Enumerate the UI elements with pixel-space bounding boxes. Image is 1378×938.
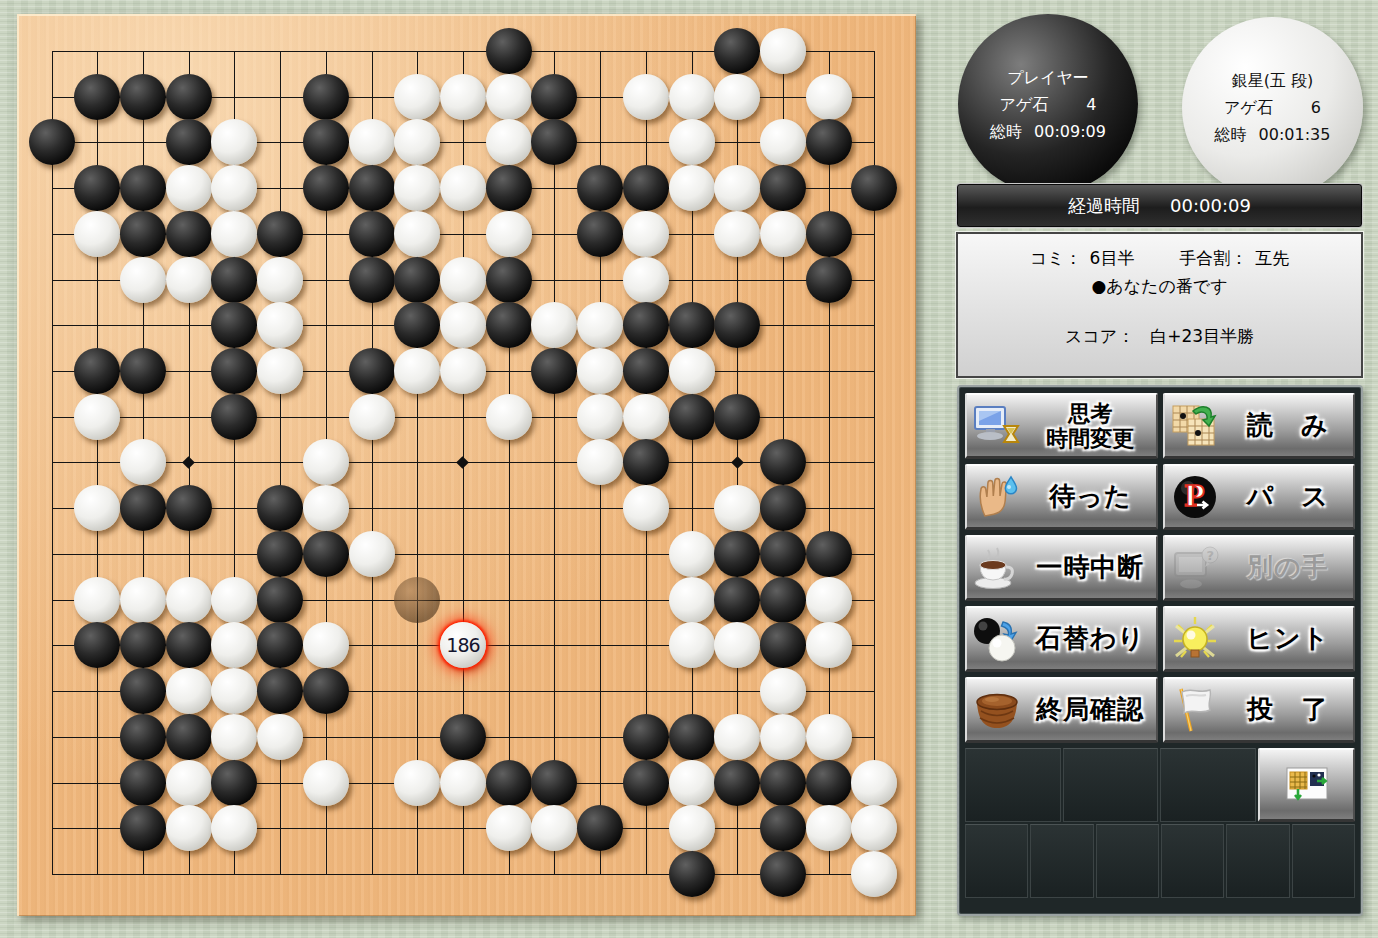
stone-black [74,74,120,120]
stone-black [760,439,806,485]
stone-black [257,531,303,577]
stone-white [257,302,303,348]
pass-label: パ ス [1223,479,1354,514]
stone-black [303,165,349,211]
stone-black [211,348,257,394]
stone-black [760,485,806,531]
pause-label: 一時中断 [1025,550,1156,585]
stone-black [349,211,395,257]
stone-black [166,622,212,668]
monitor-hourglass-icon [967,405,1025,447]
swap-stones-button[interactable]: 石替わり [965,606,1158,672]
stone-black [257,211,303,257]
stone-black [211,302,257,348]
stone-white [394,119,440,165]
hint-button[interactable]: ヒント [1163,606,1356,672]
stone-black [806,257,852,303]
stone-black [166,714,212,760]
stone-white [211,119,257,165]
score-value: 白+23目半勝 [1150,326,1254,346]
stone-black [120,622,166,668]
ghost-stone-cursor[interactable] [394,577,440,623]
stone-white [851,805,897,851]
stone-white [623,74,669,120]
handicap-label: 手合割： [1179,248,1247,268]
stone-black [669,714,715,760]
stone-black [120,714,166,760]
stone-black [120,74,166,120]
stone-black [806,760,852,806]
coffee-cup-icon [967,546,1025,590]
board-export-button[interactable] [1258,748,1355,822]
white-player-time: 総時00:01:35 [1215,121,1331,148]
komi-label: コミ： [1030,248,1082,268]
stone-black [669,302,715,348]
go-board[interactable]: 186 [17,14,916,916]
stone-black [760,805,806,851]
stone-white [303,760,349,806]
stone-white [531,805,577,851]
stone-white [303,622,349,668]
stone-black [349,257,395,303]
alternative-move-button: ? 別の手 [1163,535,1356,601]
stone-white [760,119,806,165]
stone-white [577,348,623,394]
stone-white [166,805,212,851]
stone-black [623,302,669,348]
stone-white [669,74,715,120]
stone-black [303,119,349,165]
elapsed-time-value: 00:00:09 [1170,195,1251,216]
stone-white [166,165,212,211]
stone-black [166,119,212,165]
stone-white [211,714,257,760]
black-player-captures: アゲ石4 [1000,91,1097,118]
stone-white [166,668,212,714]
stone-black [349,348,395,394]
stone-white [714,211,760,257]
stone-black [120,668,166,714]
svg-text:P: P [1184,481,1204,512]
stone-black [623,439,669,485]
resign-button[interactable]: 投 了 [1163,677,1356,743]
stone-black [714,302,760,348]
stone-white [349,531,395,577]
stone-black [577,805,623,851]
stone-white [760,28,806,74]
board-copy-arrow-icon [1165,404,1223,448]
stone-black [257,485,303,531]
stone-white [577,394,623,440]
stone-white [806,714,852,760]
turn-message: ●あなたの番です [958,275,1361,298]
empty-slot [965,824,1028,898]
stone-white [669,348,715,394]
stone-white [623,394,669,440]
stone-white [806,74,852,120]
stone-white [120,257,166,303]
stone-black [577,211,623,257]
lightbulb-icon [1165,616,1223,662]
stone-black [760,577,806,623]
empty-slot [965,748,1061,822]
stone-white [74,485,120,531]
stone-white [166,760,212,806]
stone-black [806,119,852,165]
stone-white [440,74,486,120]
stone-white [394,348,440,394]
empty-slot [1096,824,1159,898]
stone-black [440,714,486,760]
stone-black [120,760,166,806]
stone-white [623,211,669,257]
stone-white [577,302,623,348]
empty-slot [1063,748,1159,822]
stone-black [531,348,577,394]
stones-swap-icon [967,616,1025,662]
stone-white [760,714,806,760]
stone-white [760,211,806,257]
stone-white [760,668,806,714]
stone-black [486,257,532,303]
stone-black [166,74,212,120]
pass-button[interactable]: P パ ス [1163,464,1356,530]
stone-black [669,394,715,440]
stone-white [394,74,440,120]
stone-white [669,805,715,851]
stone-black [531,74,577,120]
stone-white [303,485,349,531]
elapsed-time-label: 経過時間 [1068,194,1140,218]
stone-white [120,577,166,623]
stone-white [714,165,760,211]
stone-white [74,211,120,257]
stone-black [714,760,760,806]
stone-black [120,485,166,531]
stone-black [486,302,532,348]
board-export-icon [1277,767,1335,803]
stone-white [257,348,303,394]
empty-slot [1292,824,1355,898]
swap-stones-label: 石替わり [1025,621,1156,656]
stone-black [166,485,212,531]
stone-white [211,622,257,668]
stone-black [714,28,760,74]
stone-black [120,348,166,394]
stone-white [211,805,257,851]
komi-handicap-line: コミ：6目半 手合割：互先 [958,247,1361,270]
stone-white [623,485,669,531]
stone-black [531,119,577,165]
stone-white [74,394,120,440]
stone-white [257,714,303,760]
stone-black [577,165,623,211]
stone-white [257,257,303,303]
last-move-number: 186 [446,634,479,656]
resign-label: 投 了 [1223,692,1354,727]
stone-black [623,165,669,211]
stone-black [714,577,760,623]
stone-black [669,851,715,897]
komi-value: 6目半 [1090,248,1135,268]
stone-black [760,851,806,897]
stone-white [394,211,440,257]
stone-white [440,348,486,394]
stone-black [394,257,440,303]
stone-black [623,714,669,760]
pass-circle-icon: P [1165,474,1223,520]
stone-white [486,74,532,120]
stone-white [211,165,257,211]
stone-black [714,394,760,440]
stone-black [486,28,532,74]
stone-black [486,760,532,806]
black-player-stone: プレイヤー アゲ石4 総時00:09:09 [958,14,1138,194]
white-player-stone: 銀星(五 段) アゲ石6 総時00:01:35 [1182,17,1363,198]
stone-black [623,348,669,394]
last-move-stone: 186 [440,622,486,668]
stone-white [486,805,532,851]
stone-white [486,394,532,440]
stone-white [440,760,486,806]
stone-white [394,760,440,806]
stone-white [577,439,623,485]
stone-white [303,439,349,485]
control-panel: 思考時間変更 読 み [957,385,1363,916]
stone-white [486,211,532,257]
white-player-captures: アゲ石6 [1224,94,1321,121]
stone-white [669,165,715,211]
black-player-name: プレイヤー [1007,64,1089,91]
score-line: スコア：白+23目半勝 [958,325,1361,348]
stone-white [349,119,395,165]
pause-button[interactable]: 一時中断 [965,535,1158,601]
stone-white [486,119,532,165]
stone-black [531,760,577,806]
stone-white [714,714,760,760]
stone-black [257,622,303,668]
game-info-box: コミ：6目半 手合割：互先 ●あなたの番です スコア：白+23目半勝 [956,232,1363,378]
read-moves-label: 読 み [1223,408,1354,443]
stone-white [166,257,212,303]
stone-black [714,531,760,577]
stone-black [623,760,669,806]
stone-black [29,119,75,165]
stone-white [806,622,852,668]
confirm-end-label: 終局確認 [1025,692,1156,727]
svg-text:?: ? [1206,548,1214,563]
stone-white [851,851,897,897]
black-player-time: 総時00:09:09 [990,118,1106,145]
confirm-end-button[interactable]: 終局確認 [965,677,1158,743]
handicap-value: 互先 [1255,248,1289,268]
score-label: スコア： [1065,326,1134,346]
stone-black [760,165,806,211]
stone-black [257,668,303,714]
stone-white [623,257,669,303]
stone-black [120,805,166,851]
read-moves-button[interactable]: 読 み [1163,393,1356,459]
stone-white [120,439,166,485]
stone-white [669,622,715,668]
stone-white [806,577,852,623]
stone-black [211,257,257,303]
elapsed-time-bar: 経過時間 00:00:09 [956,183,1363,228]
stone-white [669,760,715,806]
stone-white [440,302,486,348]
change-thinking-time-button[interactable]: 思考時間変更 [965,393,1158,459]
stone-black [211,394,257,440]
empty-slot [1161,824,1224,898]
stone-white [394,165,440,211]
stone-black [211,760,257,806]
stone-black [486,165,532,211]
stone-white [669,531,715,577]
stone-black [303,74,349,120]
star-point [457,456,470,469]
stone-white [211,211,257,257]
star-point [182,456,195,469]
stone-white [669,577,715,623]
stone-white [851,760,897,806]
stone-black [120,165,166,211]
empty-slot [1030,824,1093,898]
alternative-move-label: 別の手 [1223,550,1354,585]
stone-black [760,531,806,577]
white-flag-icon [1165,686,1223,734]
hand-waterdrop-icon [967,474,1025,520]
stone-black [303,531,349,577]
stone-white [531,302,577,348]
go-bowl-icon [967,687,1025,733]
stone-black [74,165,120,211]
undo-label: 待った [1025,479,1156,514]
stone-white [440,165,486,211]
change-thinking-time-label: 思考時間変更 [1025,401,1156,451]
stone-black [303,668,349,714]
stone-black [806,531,852,577]
stone-black [257,577,303,623]
stone-black [74,348,120,394]
stone-black [74,622,120,668]
stone-white [74,577,120,623]
stone-white [211,668,257,714]
stone-black [851,165,897,211]
monitor-question-icon: ? [1165,546,1223,590]
stone-white [806,805,852,851]
grid-line [554,51,555,875]
stone-black [760,622,806,668]
stone-white [211,577,257,623]
undo-button[interactable]: 待った [965,464,1158,530]
grid-line [52,874,876,875]
stone-white [166,577,212,623]
stone-black [166,211,212,257]
stone-white [349,394,395,440]
stone-black [806,211,852,257]
stone-white [714,485,760,531]
stone-white [714,622,760,668]
star-point [731,456,744,469]
stone-black [349,165,395,211]
white-player-name: 銀星(五 段) [1232,67,1314,94]
empty-slot [1160,748,1256,822]
stone-white [669,119,715,165]
stone-black [120,211,166,257]
stone-black [760,760,806,806]
stone-black [394,302,440,348]
stone-white [714,74,760,120]
hint-label: ヒント [1223,621,1354,656]
stone-white [440,257,486,303]
empty-slot [1226,824,1289,898]
